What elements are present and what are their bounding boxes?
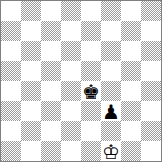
square-a2[interactable] xyxy=(1,121,21,141)
square-g5[interactable] xyxy=(121,61,141,81)
chess-board: ♚♟♔ xyxy=(1,1,161,161)
square-g6[interactable] xyxy=(121,41,141,61)
square-d8[interactable] xyxy=(61,1,81,21)
square-d4[interactable] xyxy=(61,81,81,101)
square-e3[interactable] xyxy=(81,101,101,121)
square-e5[interactable] xyxy=(81,61,101,81)
square-c5[interactable] xyxy=(41,61,61,81)
square-g2[interactable] xyxy=(121,121,141,141)
square-a4[interactable] xyxy=(1,81,21,101)
square-c3[interactable] xyxy=(41,101,61,121)
square-a3[interactable] xyxy=(1,101,21,121)
square-h2[interactable] xyxy=(141,121,161,141)
square-h4[interactable] xyxy=(141,81,161,101)
square-d6[interactable] xyxy=(61,41,81,61)
square-b7[interactable] xyxy=(21,21,41,41)
square-e1[interactable] xyxy=(81,141,101,161)
square-a7[interactable] xyxy=(1,21,21,41)
square-e7[interactable] xyxy=(81,21,101,41)
square-c6[interactable] xyxy=(41,41,61,61)
square-c8[interactable] xyxy=(41,1,61,21)
square-f8[interactable] xyxy=(101,1,121,21)
square-c7[interactable] xyxy=(41,21,61,41)
piece-white-king[interactable]: ♔ xyxy=(102,142,120,162)
square-g4[interactable] xyxy=(121,81,141,101)
square-d3[interactable] xyxy=(61,101,81,121)
square-g3[interactable] xyxy=(121,101,141,121)
square-a6[interactable] xyxy=(1,41,21,61)
square-c1[interactable] xyxy=(41,141,61,161)
square-f4[interactable] xyxy=(101,81,121,101)
square-f2[interactable] xyxy=(101,121,121,141)
square-e4[interactable]: ♚ xyxy=(81,81,101,101)
square-d5[interactable] xyxy=(61,61,81,81)
square-b4[interactable] xyxy=(21,81,41,101)
square-e2[interactable] xyxy=(81,121,101,141)
square-a1[interactable] xyxy=(1,141,21,161)
square-f7[interactable] xyxy=(101,21,121,41)
square-b2[interactable] xyxy=(21,121,41,141)
square-f6[interactable] xyxy=(101,41,121,61)
square-e6[interactable] xyxy=(81,41,101,61)
square-h8[interactable] xyxy=(141,1,161,21)
piece-black-pawn[interactable]: ♟ xyxy=(102,102,120,122)
square-b5[interactable] xyxy=(21,61,41,81)
square-d7[interactable] xyxy=(61,21,81,41)
square-c4[interactable] xyxy=(41,81,61,101)
square-e8[interactable] xyxy=(81,1,101,21)
square-f5[interactable] xyxy=(101,61,121,81)
square-a5[interactable] xyxy=(1,61,21,81)
square-h5[interactable] xyxy=(141,61,161,81)
square-d1[interactable] xyxy=(61,141,81,161)
square-b3[interactable] xyxy=(21,101,41,121)
square-f1[interactable]: ♔ xyxy=(101,141,121,161)
square-h7[interactable] xyxy=(141,21,161,41)
square-f3[interactable]: ♟ xyxy=(101,101,121,121)
square-b6[interactable] xyxy=(21,41,41,61)
piece-black-king[interactable]: ♚ xyxy=(82,82,100,102)
square-b1[interactable] xyxy=(21,141,41,161)
square-b8[interactable] xyxy=(21,1,41,21)
square-g7[interactable] xyxy=(121,21,141,41)
square-h1[interactable] xyxy=(141,141,161,161)
square-h3[interactable] xyxy=(141,101,161,121)
square-d2[interactable] xyxy=(61,121,81,141)
square-c2[interactable] xyxy=(41,121,61,141)
square-g1[interactable] xyxy=(121,141,141,161)
diagram-frame: ♚♟♔ xyxy=(0,0,162,162)
square-g8[interactable] xyxy=(121,1,141,21)
square-h6[interactable] xyxy=(141,41,161,61)
square-a8[interactable] xyxy=(1,1,21,21)
